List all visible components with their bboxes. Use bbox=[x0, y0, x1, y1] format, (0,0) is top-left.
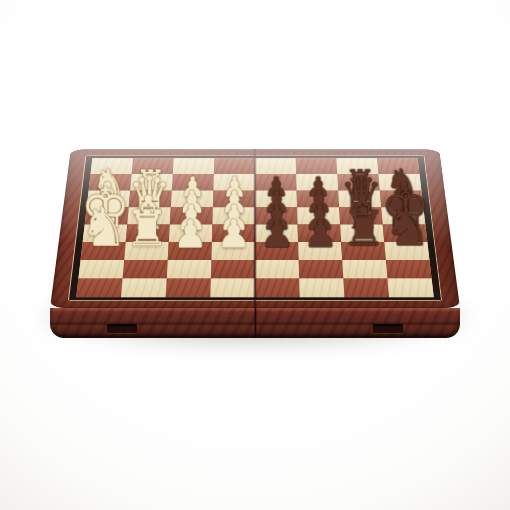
latch-notch-left bbox=[107, 324, 137, 333]
latch-notch-right bbox=[373, 324, 403, 333]
white-pawn-d3[interactable]: ♟ bbox=[216, 216, 250, 252]
product-photo-scene: ♞♜♟♟♟♟♜♞♝♛♟♟♟♟♛♝♚♝♟♟♟♟♝♚♞♜♟♟♟♟♜♞ bbox=[0, 0, 510, 510]
black-knight-h3[interactable]: ♞ bbox=[383, 202, 431, 252]
chess-board: ♞♜♟♟♟♟♜♞♝♛♟♟♟♟♛♝♚♝♟♟♟♟♝♚♞♜♟♟♟♟♜♞ bbox=[50, 150, 460, 308]
black-pawn-e3[interactable]: ♟ bbox=[260, 216, 294, 252]
black-pawn-f3[interactable]: ♟ bbox=[303, 216, 337, 252]
white-knight-a3[interactable]: ♞ bbox=[79, 202, 127, 252]
board-front-edge bbox=[50, 308, 460, 338]
front-fold-seam bbox=[254, 308, 257, 338]
white-pawn-c3[interactable]: ♟ bbox=[173, 216, 207, 252]
board-frame: ♞♜♟♟♟♟♜♞♝♛♟♟♟♟♛♝♚♝♟♟♟♟♝♚♞♜♟♟♟♟♜♞ bbox=[50, 150, 460, 308]
white-rook-b3[interactable]: ♜ bbox=[125, 206, 169, 252]
black-rook-g3[interactable]: ♜ bbox=[342, 206, 386, 252]
